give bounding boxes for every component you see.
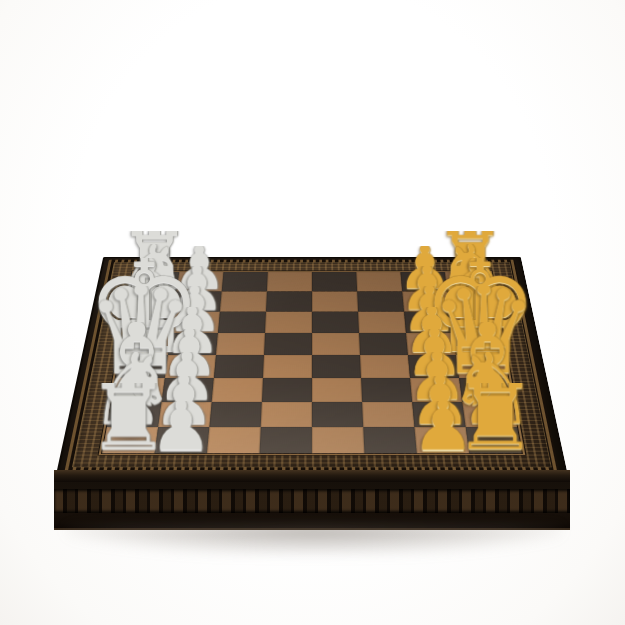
square-dark: ♟ bbox=[155, 427, 210, 453]
square-dark bbox=[312, 272, 357, 292]
ground-shadow bbox=[66, 525, 562, 555]
chess-set-photo: ♜♟♟♜♞♟♟♞♝♟♟♝♚♟♟♚♛♟♟♛♝♟♟♝♞♟♟♞♜♟♟♜ bbox=[0, 0, 625, 625]
square-light bbox=[362, 402, 414, 427]
square-dark bbox=[363, 427, 417, 453]
square-dark bbox=[357, 292, 404, 312]
square-dark bbox=[214, 355, 264, 378]
board-squares-grid: ♜♟♟♜♞♟♟♞♝♟♟♝♚♟♟♚♛♟♟♛♝♟♟♝♞♟♟♞♜♟♟♜ bbox=[102, 272, 522, 453]
square-dark bbox=[312, 402, 363, 427]
square-light bbox=[207, 427, 261, 453]
square-light bbox=[263, 355, 312, 378]
chess-board: ♜♟♟♜♞♟♟♞♝♟♟♝♚♟♟♚♛♟♟♛♝♟♟♝♞♟♟♞♜♟♟♜ bbox=[56, 257, 568, 475]
square-light bbox=[220, 292, 267, 312]
square-dark bbox=[312, 355, 361, 378]
square-dark bbox=[359, 333, 408, 355]
square-light bbox=[216, 333, 265, 355]
square-dark bbox=[222, 272, 268, 292]
square-dark bbox=[266, 292, 312, 312]
square-light: ♟ bbox=[414, 427, 469, 453]
square-dark bbox=[264, 333, 312, 355]
box-top-molding bbox=[54, 470, 570, 482]
square-dark bbox=[209, 402, 261, 427]
square-light bbox=[261, 402, 312, 427]
square-light bbox=[312, 333, 360, 355]
square-dark bbox=[260, 427, 312, 453]
square-light bbox=[356, 272, 402, 292]
square-light bbox=[312, 427, 364, 453]
box-carved-band bbox=[54, 489, 570, 513]
piece-silver-pawn: ♟ bbox=[150, 401, 213, 453]
box-front-face bbox=[54, 470, 570, 530]
square-light bbox=[312, 292, 358, 312]
piece-gold-pawn: ♟ bbox=[412, 401, 475, 453]
square-light bbox=[267, 272, 312, 292]
square-light bbox=[360, 355, 410, 378]
